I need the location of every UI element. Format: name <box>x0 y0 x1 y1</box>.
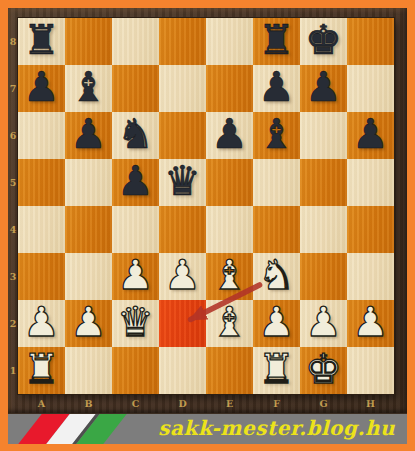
rank-label-8: 8 <box>8 18 18 65</box>
square-b7[interactable]: ♝ <box>65 65 112 112</box>
square-c5[interactable]: ♟ <box>112 159 159 206</box>
chess-diagram-page: { "game": "chess", "position": "r4rk1/pb… <box>0 0 415 451</box>
square-b6[interactable]: ♟ <box>65 112 112 159</box>
square-d1[interactable] <box>159 347 206 394</box>
square-c7[interactable] <box>112 65 159 112</box>
square-f3[interactable]: ♞ <box>253 253 300 300</box>
square-f5[interactable] <box>253 159 300 206</box>
square-b1[interactable] <box>65 347 112 394</box>
square-h3[interactable] <box>347 253 394 300</box>
square-g8[interactable]: ♚ <box>300 18 347 65</box>
black-pawn: ♟ <box>300 65 347 112</box>
black-rook: ♜ <box>18 18 65 65</box>
rank-labels: 87654321 <box>8 18 18 394</box>
square-a3[interactable] <box>18 253 65 300</box>
square-c2[interactable]: ♛ <box>112 300 159 347</box>
file-label-a: A <box>18 394 65 413</box>
white-rook: ♜ <box>18 347 65 394</box>
file-label-d: D <box>159 394 206 413</box>
file-label-e: E <box>206 394 253 413</box>
square-c3[interactable]: ♟ <box>112 253 159 300</box>
square-a5[interactable] <box>18 159 65 206</box>
square-e2[interactable]: ♝ <box>206 300 253 347</box>
file-label-b: B <box>65 394 112 413</box>
square-g3[interactable] <box>300 253 347 300</box>
square-a6[interactable] <box>18 112 65 159</box>
square-a4[interactable] <box>18 206 65 253</box>
rank-label-3: 3 <box>8 253 18 300</box>
square-e3[interactable]: ♝ <box>206 253 253 300</box>
square-f2[interactable]: ♟ <box>253 300 300 347</box>
square-g1[interactable]: ♚ <box>300 347 347 394</box>
rank-label-2: 2 <box>8 300 18 347</box>
white-knight: ♞ <box>253 253 300 300</box>
square-h8[interactable] <box>347 18 394 65</box>
square-f6[interactable]: ♝ <box>253 112 300 159</box>
banner: sakk-mester.blog.hu <box>8 413 407 444</box>
white-pawn: ♟ <box>347 300 394 347</box>
square-h4[interactable] <box>347 206 394 253</box>
square-f4[interactable] <box>253 206 300 253</box>
square-g5[interactable] <box>300 159 347 206</box>
black-pawn: ♟ <box>253 65 300 112</box>
white-king: ♚ <box>300 347 347 394</box>
white-pawn: ♟ <box>300 300 347 347</box>
black-king: ♚ <box>300 18 347 65</box>
square-d8[interactable] <box>159 18 206 65</box>
white-bishop: ♝ <box>206 253 253 300</box>
square-d7[interactable] <box>159 65 206 112</box>
square-c4[interactable] <box>112 206 159 253</box>
square-g6[interactable] <box>300 112 347 159</box>
rank-label-5: 5 <box>8 159 18 206</box>
square-c1[interactable] <box>112 347 159 394</box>
rank-label-6: 6 <box>8 112 18 159</box>
square-h2[interactable]: ♟ <box>347 300 394 347</box>
white-pawn: ♟ <box>159 253 206 300</box>
white-bishop: ♝ <box>206 300 253 347</box>
black-rook: ♜ <box>253 18 300 65</box>
square-e8[interactable] <box>206 18 253 65</box>
square-b8[interactable] <box>65 18 112 65</box>
blog-url[interactable]: sakk-mester.blog.hu <box>158 414 395 444</box>
rank-label-7: 7 <box>8 65 18 112</box>
black-queen: ♛ <box>159 159 206 206</box>
square-d6[interactable] <box>159 112 206 159</box>
square-a8[interactable]: ♜ <box>18 18 65 65</box>
square-f8[interactable]: ♜ <box>253 18 300 65</box>
square-g4[interactable] <box>300 206 347 253</box>
black-knight: ♞ <box>112 112 159 159</box>
square-h7[interactable] <box>347 65 394 112</box>
white-queen: ♛ <box>112 300 159 347</box>
square-d4[interactable] <box>159 206 206 253</box>
file-label-f: F <box>253 394 300 413</box>
square-b3[interactable] <box>65 253 112 300</box>
rank-label-1: 1 <box>8 347 18 394</box>
square-g7[interactable]: ♟ <box>300 65 347 112</box>
white-rook: ♜ <box>253 347 300 394</box>
square-a2[interactable]: ♟ <box>18 300 65 347</box>
square-c6[interactable]: ♞ <box>112 112 159 159</box>
white-pawn: ♟ <box>18 300 65 347</box>
black-pawn: ♟ <box>65 112 112 159</box>
file-label-c: C <box>112 394 159 413</box>
file-labels: ABCDEFGH <box>18 394 394 413</box>
square-d2[interactable] <box>159 300 206 347</box>
square-e1[interactable] <box>206 347 253 394</box>
square-h1[interactable] <box>347 347 394 394</box>
square-f7[interactable]: ♟ <box>253 65 300 112</box>
hungarian-flag-icon <box>15 413 130 444</box>
rank-label-4: 4 <box>8 206 18 253</box>
square-h6[interactable]: ♟ <box>347 112 394 159</box>
white-pawn: ♟ <box>112 253 159 300</box>
file-label-g: G <box>300 394 347 413</box>
square-e4[interactable] <box>206 206 253 253</box>
square-g2[interactable]: ♟ <box>300 300 347 347</box>
square-d3[interactable]: ♟ <box>159 253 206 300</box>
square-h5[interactable] <box>347 159 394 206</box>
square-f1[interactable]: ♜ <box>253 347 300 394</box>
square-e7[interactable] <box>206 65 253 112</box>
white-pawn: ♟ <box>65 300 112 347</box>
black-pawn: ♟ <box>347 112 394 159</box>
square-b5[interactable] <box>65 159 112 206</box>
square-e5[interactable] <box>206 159 253 206</box>
chess-board: ♜♜♚♟♝♟♟♟♞♟♝♟♟♛♟♟♝♞♟♟♛♝♟♟♟♜♜♚ <box>18 18 394 394</box>
square-b2[interactable]: ♟ <box>65 300 112 347</box>
square-c8[interactable] <box>112 18 159 65</box>
black-bishop: ♝ <box>253 112 300 159</box>
square-e6[interactable]: ♟ <box>206 112 253 159</box>
square-a7[interactable]: ♟ <box>18 65 65 112</box>
black-bishop: ♝ <box>65 65 112 112</box>
file-label-h: H <box>347 394 394 413</box>
white-pawn: ♟ <box>253 300 300 347</box>
square-d5[interactable]: ♛ <box>159 159 206 206</box>
black-pawn: ♟ <box>18 65 65 112</box>
square-b4[interactable] <box>65 206 112 253</box>
black-pawn: ♟ <box>206 112 253 159</box>
square-a1[interactable]: ♜ <box>18 347 65 394</box>
black-pawn: ♟ <box>112 159 159 206</box>
